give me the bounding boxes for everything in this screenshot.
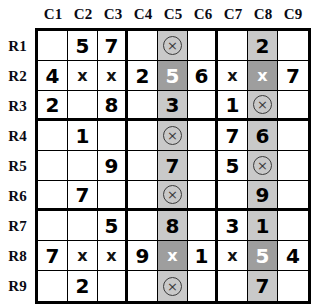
circled-x-mark: ×: [163, 36, 182, 55]
cell-R9C3: [98, 271, 128, 301]
cell-R4C9: [278, 121, 308, 151]
cell-R2C8: x: [248, 61, 278, 91]
cell-R5C6: [188, 151, 218, 181]
row-label-R4: R4: [0, 121, 35, 151]
x-mark: x: [227, 68, 237, 84]
cell-R2C5: 5: [158, 61, 188, 91]
cell-R3C4: [128, 91, 158, 121]
digit: 5: [105, 216, 119, 236]
digit: 1: [76, 126, 90, 146]
cell-R3C3: 8: [98, 91, 128, 121]
circled-x-mark: ×: [253, 156, 272, 175]
cell-R5C3: 9: [98, 151, 128, 181]
cell-R1C4: [128, 31, 158, 61]
row-label-R3: R3: [0, 91, 35, 121]
cell-R1C1: [38, 31, 68, 61]
digit: 7: [46, 246, 60, 266]
digit: 1: [226, 95, 240, 115]
sudoku-diagram: C1C2C3C4C5C6C7C8C9 R1R2R3R4R5R6R7R8R9 57…: [0, 0, 315, 304]
cell-R9C4: [128, 271, 158, 301]
col-label-C8: C8: [248, 0, 278, 28]
x-mark: x: [77, 248, 87, 264]
cell-R1C2: 5: [68, 31, 98, 61]
col-label-C2: C2: [68, 0, 98, 28]
cell-R8C9: 4: [278, 241, 308, 271]
cell-R3C2: [68, 91, 98, 121]
cell-R5C1: [38, 151, 68, 181]
cell-R1C6: [188, 31, 218, 61]
digit: 7: [256, 276, 270, 296]
cell-R8C3: x: [98, 241, 128, 271]
cell-R7C6: [188, 211, 218, 241]
digit: 2: [76, 276, 90, 296]
cell-R9C8: 7: [248, 271, 278, 301]
cell-R7C3: 5: [98, 211, 128, 241]
col-label-C9: C9: [278, 0, 308, 28]
row-label-R5: R5: [0, 151, 35, 181]
row-label-R2: R2: [0, 61, 35, 91]
row-label-R7: R7: [0, 211, 35, 241]
cell-R4C6: [188, 121, 218, 151]
cell-R4C1: [38, 121, 68, 151]
cell-R6C5: ×: [158, 181, 188, 211]
cell-R1C3: 7: [98, 31, 128, 61]
digit: 2: [46, 95, 60, 115]
row-label-R8: R8: [0, 241, 35, 271]
cell-R9C6: [188, 271, 218, 301]
row-label-R1: R1: [0, 31, 35, 61]
digit: 8: [105, 95, 119, 115]
cell-R3C1: 2: [38, 91, 68, 121]
cell-R9C5: ×: [158, 271, 188, 301]
x-mark: x: [106, 248, 116, 264]
cell-R8C2: x: [68, 241, 98, 271]
digit: 7: [166, 156, 180, 176]
digit: 5: [166, 66, 180, 86]
digit: 7: [286, 66, 300, 86]
x-mark: x: [257, 68, 267, 84]
cell-R7C1: [38, 211, 68, 241]
sudoku-board: 57×24xx256xx72831×1×76975×7×958317xx9x1x…: [35, 28, 311, 304]
cell-R6C1: [38, 181, 68, 211]
cell-R7C8: 1: [248, 211, 278, 241]
digit: 6: [195, 66, 209, 86]
cell-R4C3: [98, 121, 128, 151]
cell-R3C5: 3: [158, 91, 188, 121]
cell-R3C8: ×: [248, 91, 278, 121]
cell-R1C9: [278, 31, 308, 61]
cell-R6C2: 7: [68, 181, 98, 211]
col-label-C1: C1: [38, 0, 68, 28]
cell-R3C7: 1: [218, 91, 248, 121]
cell-R8C1: 7: [38, 241, 68, 271]
digit: 7: [76, 185, 90, 205]
cell-R7C5: 8: [158, 211, 188, 241]
cell-R5C4: [128, 151, 158, 181]
cell-R8C6: 1: [188, 241, 218, 271]
cell-R5C2: [68, 151, 98, 181]
cell-R4C2: 1: [68, 121, 98, 151]
cell-R3C9: [278, 91, 308, 121]
digit: 4: [286, 246, 300, 266]
cell-R2C2: x: [68, 61, 98, 91]
cell-R3C6: [188, 91, 218, 121]
cell-R8C8: 5: [248, 241, 278, 271]
corner-spacer: [0, 0, 35, 28]
col-label-C6: C6: [188, 0, 218, 28]
cell-R8C5: x: [158, 241, 188, 271]
cell-R6C4: [128, 181, 158, 211]
cell-R9C2: 2: [68, 271, 98, 301]
cell-R7C2: [68, 211, 98, 241]
cell-R2C7: x: [218, 61, 248, 91]
digit: 8: [166, 216, 180, 236]
col-label-C4: C4: [128, 0, 158, 28]
digit: 7: [105, 36, 119, 56]
circled-x-mark: ×: [163, 126, 182, 145]
col-label-C7: C7: [218, 0, 248, 28]
cell-R6C3: [98, 181, 128, 211]
col-label-C5: C5: [158, 0, 188, 28]
circled-x-mark: ×: [163, 277, 182, 296]
cell-R9C9: [278, 271, 308, 301]
cell-R7C7: 3: [218, 211, 248, 241]
cell-R5C8: ×: [248, 151, 278, 181]
digit: 5: [226, 156, 240, 176]
x-mark: x: [106, 68, 116, 84]
digit: 7: [226, 126, 240, 146]
digit: 5: [76, 36, 90, 56]
digit: 2: [136, 66, 150, 86]
cell-R9C7: [218, 271, 248, 301]
cell-R6C6: [188, 181, 218, 211]
cell-R4C8: 6: [248, 121, 278, 151]
digit: 9: [136, 246, 150, 266]
circled-x-mark: ×: [163, 185, 182, 204]
cell-R2C4: 2: [128, 61, 158, 91]
cell-R8C4: 9: [128, 241, 158, 271]
digit: 3: [166, 95, 180, 115]
cell-R6C8: 9: [248, 181, 278, 211]
cell-R4C4: [128, 121, 158, 151]
cell-R1C7: [218, 31, 248, 61]
column-headers: C1C2C3C4C5C6C7C8C9: [35, 0, 315, 28]
x-mark: x: [227, 248, 237, 264]
cell-R2C6: 6: [188, 61, 218, 91]
row-headers: R1R2R3R4R5R6R7R8R9: [0, 28, 35, 304]
row-label-R6: R6: [0, 181, 35, 211]
cell-R1C8: 2: [248, 31, 278, 61]
digit: 3: [226, 216, 240, 236]
cell-R4C7: 7: [218, 121, 248, 151]
digit: 2: [256, 36, 270, 56]
x-mark: x: [167, 248, 177, 264]
digit: 5: [256, 246, 270, 266]
digit: 9: [256, 185, 270, 205]
cell-R1C5: ×: [158, 31, 188, 61]
cell-R5C5: 7: [158, 151, 188, 181]
circled-x-mark: ×: [253, 95, 272, 114]
digit: 1: [195, 246, 209, 266]
row-label-R9: R9: [0, 271, 35, 301]
digit: 6: [256, 126, 270, 146]
cell-R2C1: 4: [38, 61, 68, 91]
digit: 1: [256, 216, 270, 236]
cell-R2C3: x: [98, 61, 128, 91]
cell-R6C7: [218, 181, 248, 211]
col-label-C3: C3: [98, 0, 128, 28]
cell-R7C9: [278, 211, 308, 241]
cell-R5C9: [278, 151, 308, 181]
cell-R6C9: [278, 181, 308, 211]
digit: 4: [46, 66, 60, 86]
cell-R7C4: [128, 211, 158, 241]
cell-R2C9: 7: [278, 61, 308, 91]
x-mark: x: [77, 68, 87, 84]
cell-R9C1: [38, 271, 68, 301]
cell-R8C7: x: [218, 241, 248, 271]
cell-R4C5: ×: [158, 121, 188, 151]
cell-R5C7: 5: [218, 151, 248, 181]
digit: 9: [105, 156, 119, 176]
